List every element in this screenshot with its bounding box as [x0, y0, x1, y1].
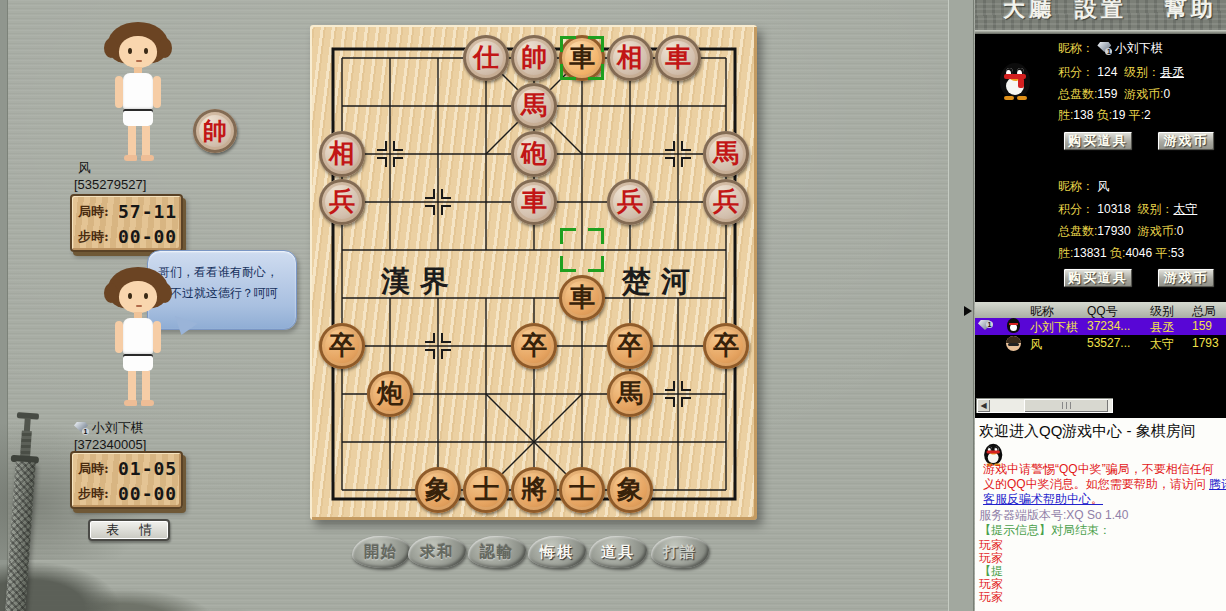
move-bracket-r4c5: [560, 228, 604, 272]
game-coin-button[interactable]: 游戏币: [1157, 131, 1215, 151]
piece-red-r0c6[interactable]: 相: [607, 35, 653, 81]
point-marker-r2c7: [665, 141, 691, 167]
piece-red-r0c3[interactable]: 仕: [463, 35, 509, 81]
opponent-game-time: 57-11: [118, 201, 177, 222]
opponent-name: 风: [78, 159, 91, 177]
piece-red-r0c7[interactable]: 車: [655, 35, 701, 81]
vip-diamond-icon: 1: [1097, 42, 1111, 53]
piece-red-r3c8[interactable]: 兵: [703, 179, 749, 225]
system-message-area: 欢迎进入QQ游戏中心 - 象棋房间游戏中请警惕“QQ中奖”骗局，不要相信任何义的…: [975, 418, 1226, 611]
self-name: 小刘下棋: [92, 420, 144, 435]
action-button-2[interactable]: 求和: [408, 536, 466, 568]
piece-red-r2c8[interactable]: 馬: [703, 131, 749, 177]
player-list-header: 昵称QQ号级别总局: [975, 302, 1226, 319]
piece-red-r3c4[interactable]: 車: [511, 179, 557, 225]
action-button-6[interactable]: 打譜: [651, 536, 709, 568]
self-clock: 局時: 01-05 步時: 00-00: [70, 451, 183, 509]
action-button-5[interactable]: 道具: [589, 536, 647, 568]
opponent-clock: 局時: 57-11 步時: 00-00: [70, 194, 183, 252]
piece-black-r9c6[interactable]: 象: [607, 467, 653, 513]
piece-black-r6c0[interactable]: 卒: [319, 323, 365, 369]
opponent-avatar: [92, 22, 184, 164]
menu-item-2[interactable]: 設置: [1075, 0, 1127, 24]
point-marker-r6c2: [425, 333, 451, 359]
river-label-left: 漢界: [365, 262, 475, 302]
horizontal-scrollbar[interactable]: ◀: [976, 398, 1113, 413]
piece-black-r9c4[interactable]: 將: [511, 467, 557, 513]
system-message-1: 欢迎进入QQ游戏中心 - 象棋房间: [979, 422, 1196, 441]
move-bracket-r0c5: [560, 36, 604, 80]
player-list-row-2[interactable]: 风53527...太守1793: [975, 335, 1226, 352]
piece-black-r6c6[interactable]: 卒: [607, 323, 653, 369]
menu-bar-ridge: [975, 30, 1226, 34]
piece-red-r2c0[interactable]: 相: [319, 131, 365, 177]
piece-black-r5c5[interactable]: 車: [559, 275, 605, 321]
game-time-label: 局時:: [78, 460, 118, 478]
point-marker-r7c7: [665, 381, 691, 407]
game-time-label: 局時:: [78, 203, 118, 221]
piece-red-r2c4[interactable]: 砲: [511, 131, 557, 177]
vip-diamond-icon: 1: [74, 422, 88, 433]
system-message-4[interactable]: 客服反骗术帮助中心。: [983, 491, 1103, 508]
piece-black-r9c5[interactable]: 士: [559, 467, 605, 513]
collapse-arrow-icon[interactable]: [964, 306, 972, 316]
move-time-label: 步時:: [78, 485, 118, 503]
vip-diamond-icon: 1: [978, 320, 992, 331]
top-menu-bar: 大廳設置幫助: [975, 0, 1226, 30]
self-move-time: 00-00: [118, 483, 177, 504]
action-button-1[interactable]: 開始: [352, 536, 410, 568]
piece-black-r7c1[interactable]: 炮: [367, 371, 413, 417]
help-link[interactable]: 腾讯: [1209, 477, 1226, 491]
buy-items-button[interactable]: 购买道具: [1063, 268, 1133, 288]
opponent-move-time: 00-00: [118, 226, 177, 247]
profile-nick: 小刘下棋: [1115, 41, 1163, 55]
menu-item-3[interactable]: 幫助: [1165, 0, 1217, 24]
emote-button[interactable]: 表情: [88, 519, 170, 541]
opponent-id: [535279527]: [74, 177, 146, 192]
buy-items-button[interactable]: 购买道具: [1063, 131, 1133, 151]
piece-black-r6c4[interactable]: 卒: [511, 323, 557, 369]
profile-nick: 风: [1097, 179, 1109, 193]
action-button-4[interactable]: 悔棋: [528, 536, 586, 568]
penguin-avatar-icon: [1006, 318, 1021, 334]
self-name-row: 1 小刘下棋: [74, 419, 144, 437]
point-marker-r2c1: [377, 141, 403, 167]
face-avatar-icon: [1006, 336, 1021, 351]
system-message-11: 玩家: [979, 589, 1003, 606]
player-list-row-1[interactable]: 1小刘下棋37234...县丞159: [975, 318, 1226, 335]
piece-red-r1c4[interactable]: 馬: [511, 83, 557, 129]
move-time-label: 步時:: [78, 228, 118, 246]
opponent-side-piece: 帥: [193, 109, 237, 153]
piece-red-r3c0[interactable]: 兵: [319, 179, 365, 225]
point-marker-r3c2: [425, 189, 451, 215]
scroll-left-arrow-icon[interactable]: ◀: [977, 399, 990, 412]
scrollbar-thumb[interactable]: [1024, 399, 1108, 412]
self-avatar: [92, 267, 184, 409]
game-coin-button[interactable]: 游戏币: [1157, 268, 1215, 288]
menu-item-1[interactable]: 大廳: [1003, 0, 1055, 24]
xiangqi-board[interactable]: 漢界 楚河 仕帥車相車馬相砲馬兵車兵兵車卒卒卒卒炮馬象士將士象: [310, 25, 757, 520]
piece-black-r7c6[interactable]: 馬: [607, 371, 653, 417]
river-label-right: 楚河: [606, 262, 716, 302]
piece-black-r9c2[interactable]: 象: [415, 467, 461, 513]
action-button-3[interactable]: 認輸: [468, 536, 526, 568]
piece-black-r9c3[interactable]: 士: [463, 467, 509, 513]
self-id: [372340005]: [74, 437, 146, 452]
piece-red-r0c4[interactable]: 帥: [511, 35, 557, 81]
piece-red-r3c6[interactable]: 兵: [607, 179, 653, 225]
piece-black-r6c8[interactable]: 卒: [703, 323, 749, 369]
self-game-time: 01-05: [118, 458, 177, 479]
